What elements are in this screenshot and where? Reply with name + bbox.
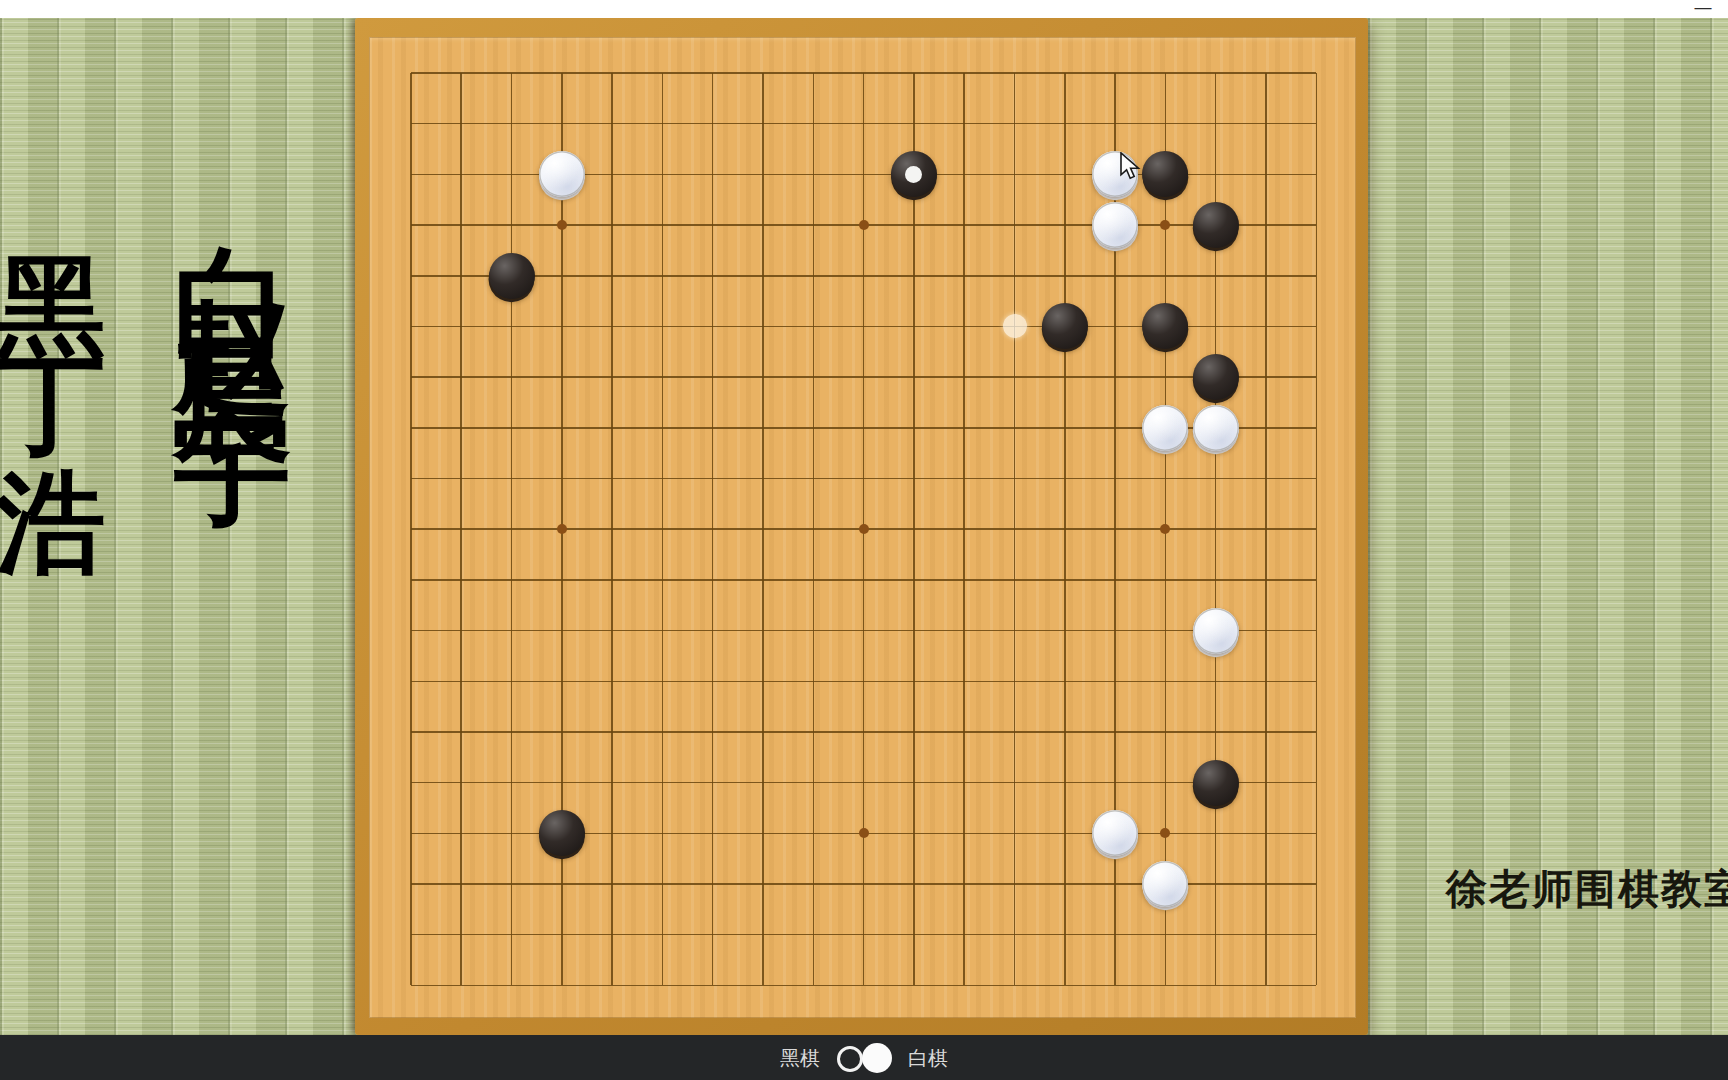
intersection[interactable] [688, 98, 738, 149]
intersection[interactable] [1241, 707, 1291, 758]
intersection[interactable] [1241, 909, 1291, 960]
intersection[interactable] [587, 859, 637, 910]
intersection[interactable] [436, 808, 486, 859]
intersection[interactable] [436, 504, 486, 555]
intersection[interactable] [637, 453, 687, 504]
intersection[interactable] [436, 200, 486, 251]
intersection[interactable] [637, 707, 687, 758]
intersection[interactable] [1191, 909, 1241, 960]
intersection[interactable] [587, 48, 637, 99]
intersection[interactable] [537, 453, 587, 504]
intersection[interactable] [386, 605, 436, 656]
intersection[interactable] [486, 403, 536, 454]
intersection[interactable] [838, 48, 888, 99]
intersection[interactable] [1191, 859, 1241, 910]
intersection[interactable] [1241, 757, 1291, 808]
intersection[interactable] [1291, 808, 1341, 859]
intersection[interactable] [587, 200, 637, 251]
intersection[interactable]: ● [1191, 403, 1241, 454]
intersection[interactable]: ● [889, 149, 939, 200]
intersection[interactable] [436, 352, 486, 403]
intersection[interactable] [436, 250, 486, 301]
intersection[interactable] [1140, 707, 1190, 758]
intersection[interactable] [386, 453, 436, 504]
intersection[interactable] [838, 808, 888, 859]
intersection[interactable] [889, 453, 939, 504]
intersection[interactable] [688, 555, 738, 606]
intersection[interactable] [889, 403, 939, 454]
intersection[interactable] [1291, 960, 1341, 1011]
intersection[interactable] [889, 859, 939, 910]
intersection[interactable] [738, 403, 788, 454]
intersection[interactable] [1040, 453, 1090, 504]
intersection[interactable] [889, 605, 939, 656]
intersection[interactable] [1090, 403, 1140, 454]
intersection[interactable] [788, 859, 838, 910]
intersection[interactable] [436, 656, 486, 707]
intersection[interactable] [788, 352, 838, 403]
intersection[interactable] [1040, 707, 1090, 758]
intersection[interactable] [688, 403, 738, 454]
intersection[interactable] [939, 149, 989, 200]
intersection[interactable] [838, 200, 888, 251]
intersection[interactable] [788, 707, 838, 758]
intersection[interactable] [1291, 403, 1341, 454]
intersection[interactable] [637, 909, 687, 960]
intersection[interactable] [386, 352, 436, 403]
intersection[interactable] [939, 960, 989, 1011]
intersection[interactable] [386, 200, 436, 251]
intersection[interactable] [939, 98, 989, 149]
intersection[interactable] [738, 555, 788, 606]
intersection[interactable] [688, 453, 738, 504]
intersection[interactable] [1291, 757, 1341, 808]
intersection[interactable] [688, 656, 738, 707]
intersection[interactable] [436, 48, 486, 99]
intersection[interactable] [1090, 605, 1140, 656]
intersection[interactable] [1090, 707, 1140, 758]
intersection[interactable] [838, 605, 888, 656]
intersection[interactable] [436, 707, 486, 758]
intersection[interactable] [1241, 960, 1291, 1011]
intersection[interactable] [436, 149, 486, 200]
intersection[interactable] [637, 504, 687, 555]
intersection[interactable] [587, 98, 637, 149]
intersection[interactable] [486, 98, 536, 149]
intersection[interactable] [587, 605, 637, 656]
intersection[interactable] [386, 909, 436, 960]
intersection[interactable] [838, 301, 888, 352]
intersection[interactable] [1040, 960, 1090, 1011]
intersection[interactable] [939, 808, 989, 859]
intersection[interactable] [436, 453, 486, 504]
intersection[interactable] [1140, 757, 1190, 808]
color-toggle[interactable] [835, 1042, 893, 1074]
intersection[interactable] [688, 909, 738, 960]
intersection[interactable] [889, 808, 939, 859]
intersection[interactable] [1040, 555, 1090, 606]
intersection[interactable] [939, 707, 989, 758]
intersection[interactable] [838, 250, 888, 301]
intersection[interactable] [486, 504, 536, 555]
intersection[interactable] [637, 757, 687, 808]
intersection[interactable] [1291, 200, 1341, 251]
intersection[interactable] [486, 707, 536, 758]
intersection[interactable] [637, 808, 687, 859]
intersection[interactable] [688, 250, 738, 301]
intersection[interactable] [788, 98, 838, 149]
intersection[interactable] [1140, 48, 1190, 99]
intersection[interactable] [537, 504, 587, 555]
intersection[interactable] [738, 48, 788, 99]
intersection[interactable] [738, 453, 788, 504]
intersection[interactable]: ● [1140, 859, 1190, 910]
intersection[interactable] [587, 757, 637, 808]
intersection[interactable] [537, 352, 587, 403]
intersection[interactable] [587, 707, 637, 758]
intersection[interactable] [1291, 555, 1341, 606]
intersection[interactable] [989, 656, 1039, 707]
intersection[interactable] [587, 301, 637, 352]
intersection[interactable] [688, 605, 738, 656]
intersection[interactable] [486, 555, 536, 606]
intersection[interactable] [889, 48, 939, 99]
intersection[interactable] [1040, 859, 1090, 910]
intersection[interactable] [637, 352, 687, 403]
intersection[interactable] [637, 960, 687, 1011]
intersection[interactable] [838, 555, 888, 606]
intersection[interactable] [1040, 757, 1090, 808]
intersection[interactable] [1140, 504, 1190, 555]
intersection[interactable] [1140, 960, 1190, 1011]
intersection[interactable] [537, 960, 587, 1011]
intersection[interactable] [738, 707, 788, 758]
intersection[interactable] [788, 403, 838, 454]
intersection[interactable] [688, 757, 738, 808]
intersection[interactable] [788, 504, 838, 555]
intersection[interactable]: ● [1090, 808, 1140, 859]
intersection[interactable] [939, 605, 989, 656]
intersection[interactable] [989, 960, 1039, 1011]
intersection[interactable] [637, 859, 687, 910]
intersection[interactable] [738, 808, 788, 859]
intersection[interactable] [738, 200, 788, 251]
intersection[interactable] [386, 555, 436, 606]
intersection[interactable] [1040, 504, 1090, 555]
intersection[interactable] [1140, 555, 1190, 606]
intersection[interactable] [989, 504, 1039, 555]
intersection[interactable] [989, 403, 1039, 454]
intersection[interactable] [688, 504, 738, 555]
intersection[interactable] [989, 301, 1039, 352]
intersection[interactable] [1241, 656, 1291, 707]
intersection[interactable] [637, 555, 687, 606]
intersection[interactable] [1040, 605, 1090, 656]
intersection[interactable] [386, 707, 436, 758]
intersection[interactable] [537, 605, 587, 656]
intersection[interactable]: ● [486, 250, 536, 301]
intersection[interactable] [889, 909, 939, 960]
intersection[interactable] [939, 757, 989, 808]
intersection[interactable] [1241, 453, 1291, 504]
intersection[interactable] [386, 48, 436, 99]
intersection[interactable] [838, 403, 888, 454]
intersection[interactable] [1191, 48, 1241, 99]
intersection[interactable] [637, 403, 687, 454]
intersection[interactable] [838, 352, 888, 403]
intersection[interactable] [587, 453, 637, 504]
intersection[interactable] [989, 707, 1039, 758]
intersection[interactable] [688, 808, 738, 859]
intersection[interactable] [989, 149, 1039, 200]
intersection[interactable] [939, 200, 989, 251]
intersection[interactable] [587, 960, 637, 1011]
intersection[interactable] [486, 757, 536, 808]
intersection[interactable] [637, 301, 687, 352]
intersection[interactable]: ● [1140, 403, 1190, 454]
intersection[interactable] [637, 149, 687, 200]
intersection[interactable] [386, 504, 436, 555]
intersection[interactable] [436, 98, 486, 149]
intersection[interactable] [788, 605, 838, 656]
intersection[interactable] [537, 301, 587, 352]
intersection[interactable] [939, 403, 989, 454]
intersection[interactable] [738, 859, 788, 910]
intersection[interactable] [637, 98, 687, 149]
intersection[interactable] [939, 859, 989, 910]
intersection[interactable] [637, 656, 687, 707]
intersection[interactable] [788, 909, 838, 960]
intersection[interactable] [1040, 656, 1090, 707]
intersection[interactable] [537, 403, 587, 454]
intersection[interactable] [788, 960, 838, 1011]
intersection[interactable] [738, 504, 788, 555]
intersection[interactable] [989, 605, 1039, 656]
intersection[interactable] [637, 250, 687, 301]
intersection[interactable] [788, 808, 838, 859]
intersection[interactable] [386, 403, 436, 454]
intersection[interactable] [788, 453, 838, 504]
intersection[interactable] [1040, 98, 1090, 149]
intersection[interactable] [688, 352, 738, 403]
intersection[interactable] [989, 98, 1039, 149]
intersection[interactable] [1241, 98, 1291, 149]
intersection[interactable] [939, 504, 989, 555]
intersection[interactable] [1090, 48, 1140, 99]
intersection[interactable] [1040, 808, 1090, 859]
intersection[interactable] [838, 859, 888, 910]
intersection[interactable] [1291, 504, 1341, 555]
intersection[interactable] [889, 757, 939, 808]
intersection[interactable] [939, 250, 989, 301]
intersection[interactable] [838, 960, 888, 1011]
intersection[interactable] [688, 960, 738, 1011]
intersection[interactable] [1040, 200, 1090, 251]
intersection[interactable] [788, 200, 838, 251]
intersection[interactable] [788, 149, 838, 200]
intersection[interactable] [1090, 352, 1140, 403]
intersection[interactable] [1191, 504, 1241, 555]
intersection[interactable] [1090, 453, 1140, 504]
intersection[interactable] [738, 960, 788, 1011]
intersection[interactable] [838, 98, 888, 149]
intersection[interactable] [1241, 808, 1291, 859]
intersection[interactable] [486, 909, 536, 960]
intersection[interactable] [838, 909, 888, 960]
intersection[interactable] [989, 48, 1039, 99]
intersection[interactable] [436, 960, 486, 1011]
intersection[interactable] [738, 909, 788, 960]
intersection[interactable] [688, 301, 738, 352]
intersection[interactable] [537, 48, 587, 99]
intersection[interactable] [838, 707, 888, 758]
intersection[interactable] [1241, 250, 1291, 301]
intersection[interactable] [436, 909, 486, 960]
intersection[interactable] [386, 960, 436, 1011]
intersection[interactable] [738, 656, 788, 707]
intersection[interactable] [587, 909, 637, 960]
intersection[interactable] [738, 352, 788, 403]
intersection[interactable] [436, 403, 486, 454]
intersection[interactable] [1291, 301, 1341, 352]
intersection[interactable] [788, 555, 838, 606]
intersection[interactable] [838, 149, 888, 200]
intersection[interactable] [587, 250, 637, 301]
intersection[interactable] [1241, 301, 1291, 352]
intersection[interactable] [838, 504, 888, 555]
intersection[interactable] [1090, 656, 1140, 707]
intersection[interactable] [1090, 504, 1140, 555]
intersection[interactable]: ● [1191, 605, 1241, 656]
intersection[interactable]: ● [537, 149, 587, 200]
intersection[interactable] [537, 555, 587, 606]
intersection[interactable] [1040, 403, 1090, 454]
intersection[interactable] [486, 352, 536, 403]
intersection[interactable]: ● [1140, 301, 1190, 352]
intersection[interactable] [939, 909, 989, 960]
intersection[interactable] [486, 453, 536, 504]
intersection[interactable] [889, 301, 939, 352]
intersection[interactable] [889, 504, 939, 555]
intersection[interactable] [1291, 656, 1341, 707]
intersection[interactable] [637, 200, 687, 251]
intersection[interactable] [939, 555, 989, 606]
intersection[interactable] [486, 808, 536, 859]
intersection[interactable] [436, 555, 486, 606]
intersection[interactable] [587, 504, 637, 555]
intersection[interactable] [1291, 453, 1341, 504]
intersection[interactable] [1140, 605, 1190, 656]
intersection[interactable] [989, 200, 1039, 251]
intersection[interactable] [537, 656, 587, 707]
intersection[interactable] [688, 707, 738, 758]
intersection[interactable] [587, 656, 637, 707]
intersection[interactable] [688, 200, 738, 251]
intersection[interactable] [1241, 555, 1291, 606]
intersection[interactable] [386, 301, 436, 352]
intersection[interactable] [436, 757, 486, 808]
intersection[interactable] [386, 757, 436, 808]
minimize-button[interactable]: — [1692, 4, 1714, 16]
intersection[interactable]: ● [1090, 200, 1140, 251]
intersection[interactable] [1241, 48, 1291, 99]
intersection[interactable] [989, 250, 1039, 301]
intersection[interactable] [386, 859, 436, 910]
intersection[interactable] [738, 301, 788, 352]
intersection[interactable] [889, 656, 939, 707]
intersection[interactable] [939, 656, 989, 707]
intersection[interactable] [1241, 149, 1291, 200]
intersection[interactable] [1241, 403, 1291, 454]
intersection[interactable] [1291, 909, 1341, 960]
intersection[interactable] [637, 605, 687, 656]
intersection[interactable] [537, 707, 587, 758]
intersection[interactable] [989, 909, 1039, 960]
intersection[interactable] [386, 98, 436, 149]
intersection[interactable] [1241, 352, 1291, 403]
intersection[interactable] [788, 757, 838, 808]
intersection[interactable] [587, 808, 637, 859]
intersection[interactable] [939, 48, 989, 99]
intersection[interactable] [838, 757, 888, 808]
intersection[interactable] [587, 403, 637, 454]
intersection[interactable] [1090, 301, 1140, 352]
intersection[interactable] [989, 352, 1039, 403]
intersection[interactable] [1291, 605, 1341, 656]
intersection[interactable] [1040, 48, 1090, 99]
intersection[interactable] [939, 352, 989, 403]
intersection[interactable] [889, 555, 939, 606]
intersection[interactable] [788, 48, 838, 99]
intersection[interactable] [1040, 909, 1090, 960]
intersection[interactable] [838, 656, 888, 707]
intersection[interactable] [939, 301, 989, 352]
intersection[interactable]: ● [1191, 200, 1241, 251]
intersection[interactable] [989, 757, 1039, 808]
intersection[interactable] [688, 859, 738, 910]
intersection[interactable] [688, 48, 738, 99]
intersection[interactable] [1291, 250, 1341, 301]
intersection[interactable] [1090, 555, 1140, 606]
intersection[interactable] [889, 960, 939, 1011]
intersection[interactable] [486, 48, 536, 99]
intersection[interactable] [1040, 149, 1090, 200]
intersection[interactable] [939, 453, 989, 504]
intersection[interactable] [889, 707, 939, 758]
intersection[interactable] [1090, 960, 1140, 1011]
intersection[interactable] [486, 605, 536, 656]
intersection[interactable] [587, 555, 637, 606]
intersection[interactable] [486, 656, 536, 707]
intersection[interactable] [386, 250, 436, 301]
intersection[interactable] [788, 301, 838, 352]
intersection[interactable] [788, 656, 838, 707]
intersection[interactable] [436, 301, 486, 352]
intersection[interactable] [1291, 352, 1341, 403]
intersection[interactable] [738, 757, 788, 808]
intersection[interactable] [1241, 605, 1291, 656]
intersection[interactable] [989, 808, 1039, 859]
intersection[interactable]: ● [1040, 301, 1090, 352]
intersection[interactable] [1140, 656, 1190, 707]
intersection[interactable] [788, 250, 838, 301]
intersection[interactable] [436, 605, 486, 656]
intersection[interactable] [1241, 859, 1291, 910]
intersection[interactable] [386, 656, 436, 707]
intersection[interactable] [436, 859, 486, 910]
intersection[interactable] [1191, 960, 1241, 1011]
intersection[interactable] [989, 859, 1039, 910]
